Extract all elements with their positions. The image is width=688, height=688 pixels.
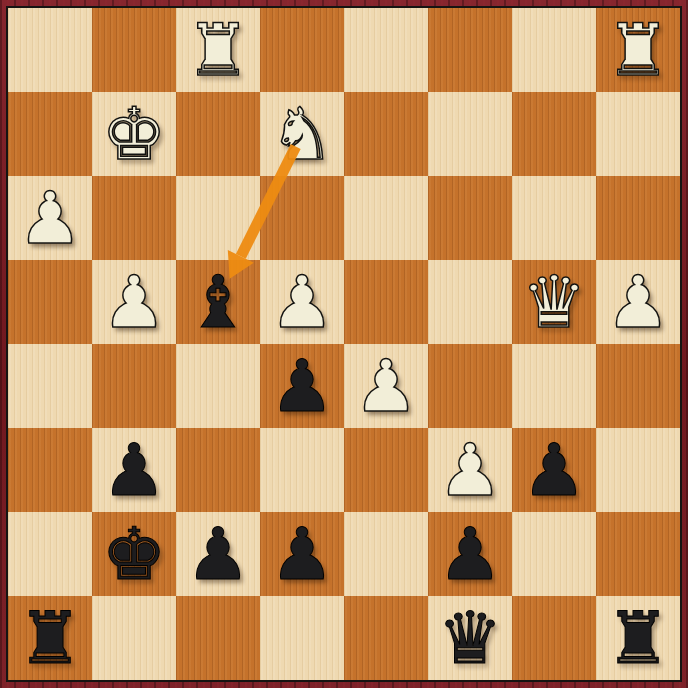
piece-white-pawn-d5[interactable]: ♟ — [270, 260, 335, 344]
piece-black-king-b2[interactable]: ♚ — [102, 512, 167, 596]
square-e6[interactable] — [344, 176, 428, 260]
square-c3[interactable] — [176, 428, 260, 512]
square-f1[interactable]: ♛ — [428, 596, 512, 680]
board-frame: ♜♜♚♞♟♟♝♟♛♟♟♟♟♟♟♚♟♟♟♜♛♜ — [0, 0, 688, 688]
square-h2[interactable] — [596, 512, 680, 596]
square-e1[interactable] — [344, 596, 428, 680]
square-g5[interactable]: ♛ — [512, 260, 596, 344]
square-a4[interactable] — [8, 344, 92, 428]
piece-white-pawn-b5[interactable]: ♟ — [102, 260, 167, 344]
square-c5[interactable]: ♝ — [176, 260, 260, 344]
square-e4[interactable]: ♟ — [344, 344, 428, 428]
square-f7[interactable] — [428, 92, 512, 176]
piece-black-rook-a1[interactable]: ♜ — [18, 596, 83, 680]
square-e7[interactable] — [344, 92, 428, 176]
square-f4[interactable] — [428, 344, 512, 428]
square-f3[interactable]: ♟ — [428, 428, 512, 512]
square-c4[interactable] — [176, 344, 260, 428]
square-a7[interactable] — [8, 92, 92, 176]
square-d5[interactable]: ♟ — [260, 260, 344, 344]
square-g8[interactable] — [512, 8, 596, 92]
square-c2[interactable]: ♟ — [176, 512, 260, 596]
piece-white-rook-c8[interactable]: ♜ — [186, 8, 251, 92]
square-a3[interactable] — [8, 428, 92, 512]
piece-white-knight-d7[interactable]: ♞ — [270, 92, 335, 176]
square-c1[interactable] — [176, 596, 260, 680]
square-h6[interactable] — [596, 176, 680, 260]
piece-white-pawn-a6[interactable]: ♟ — [18, 176, 83, 260]
piece-black-queen-f1[interactable]: ♛ — [438, 596, 503, 680]
square-b5[interactable]: ♟ — [92, 260, 176, 344]
piece-black-pawn-b3[interactable]: ♟ — [102, 428, 167, 512]
square-h7[interactable] — [596, 92, 680, 176]
piece-white-pawn-h5[interactable]: ♟ — [606, 260, 671, 344]
square-h8[interactable]: ♜ — [596, 8, 680, 92]
square-g7[interactable] — [512, 92, 596, 176]
square-a2[interactable] — [8, 512, 92, 596]
square-g2[interactable] — [512, 512, 596, 596]
square-c8[interactable]: ♜ — [176, 8, 260, 92]
square-h5[interactable]: ♟ — [596, 260, 680, 344]
piece-white-queen-g5[interactable]: ♛ — [522, 260, 587, 344]
square-a8[interactable] — [8, 8, 92, 92]
square-a1[interactable]: ♜ — [8, 596, 92, 680]
piece-black-pawn-d2[interactable]: ♟ — [270, 512, 335, 596]
square-b7[interactable]: ♚ — [92, 92, 176, 176]
square-d4[interactable]: ♟ — [260, 344, 344, 428]
piece-black-pawn-f2[interactable]: ♟ — [438, 512, 503, 596]
square-g4[interactable] — [512, 344, 596, 428]
square-e8[interactable] — [344, 8, 428, 92]
square-g6[interactable] — [512, 176, 596, 260]
square-b2[interactable]: ♚ — [92, 512, 176, 596]
square-c6[interactable] — [176, 176, 260, 260]
square-d1[interactable] — [260, 596, 344, 680]
piece-white-king-b7[interactable]: ♚ — [102, 92, 167, 176]
square-h4[interactable] — [596, 344, 680, 428]
square-g3[interactable]: ♟ — [512, 428, 596, 512]
square-a5[interactable] — [8, 260, 92, 344]
square-b8[interactable] — [92, 8, 176, 92]
square-a6[interactable]: ♟ — [8, 176, 92, 260]
square-b3[interactable]: ♟ — [92, 428, 176, 512]
piece-black-rook-h1[interactable]: ♜ — [606, 596, 671, 680]
piece-black-bishop-c5[interactable]: ♝ — [186, 260, 251, 344]
square-b1[interactable] — [92, 596, 176, 680]
square-d7[interactable]: ♞ — [260, 92, 344, 176]
square-f8[interactable] — [428, 8, 512, 92]
piece-black-pawn-d4[interactable]: ♟ — [270, 344, 335, 428]
square-b6[interactable] — [92, 176, 176, 260]
piece-white-pawn-e4[interactable]: ♟ — [354, 344, 419, 428]
square-f2[interactable]: ♟ — [428, 512, 512, 596]
square-d6[interactable] — [260, 176, 344, 260]
chess-board: ♜♜♚♞♟♟♝♟♛♟♟♟♟♟♟♚♟♟♟♜♛♜ — [6, 6, 682, 682]
square-d3[interactable] — [260, 428, 344, 512]
square-g1[interactable] — [512, 596, 596, 680]
square-e5[interactable] — [344, 260, 428, 344]
piece-black-pawn-g3[interactable]: ♟ — [522, 428, 587, 512]
piece-white-rook-h8[interactable]: ♜ — [606, 8, 671, 92]
square-f5[interactable] — [428, 260, 512, 344]
square-b4[interactable] — [92, 344, 176, 428]
square-d8[interactable] — [260, 8, 344, 92]
square-h3[interactable] — [596, 428, 680, 512]
square-h1[interactable]: ♜ — [596, 596, 680, 680]
square-e3[interactable] — [344, 428, 428, 512]
piece-black-pawn-c2[interactable]: ♟ — [186, 512, 251, 596]
square-c7[interactable] — [176, 92, 260, 176]
piece-white-pawn-f3[interactable]: ♟ — [438, 428, 503, 512]
square-e2[interactable] — [344, 512, 428, 596]
square-d2[interactable]: ♟ — [260, 512, 344, 596]
square-f6[interactable] — [428, 176, 512, 260]
